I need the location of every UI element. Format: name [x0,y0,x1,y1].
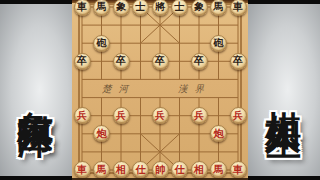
piece-red-車[interactable]: 車 [74,161,91,178]
piece-red-仕[interactable]: 仕 [132,161,149,178]
piece-black-卒[interactable]: 卒 [152,53,169,70]
piece-glyph: 仕 [136,164,146,174]
piece-black-砲[interactable]: 砲 [210,35,227,52]
piece-glyph: 兵 [233,110,243,120]
piece-glyph: 兵 [155,110,165,120]
piece-black-卒[interactable]: 卒 [113,53,130,70]
piece-red-兵[interactable]: 兵 [113,107,130,124]
piece-black-象[interactable]: 象 [113,0,130,16]
piece-black-卒[interactable]: 卒 [230,53,247,70]
piece-red-炮[interactable]: 炮 [210,125,227,142]
piece-black-卒[interactable]: 卒 [74,53,91,70]
piece-red-仕[interactable]: 仕 [171,161,188,178]
piece-black-卒[interactable]: 卒 [191,53,208,70]
piece-glyph: 帥 [155,164,165,174]
piece-red-兵[interactable]: 兵 [230,107,247,124]
left-banner-bottom-bar [0,176,72,180]
piece-black-馬[interactable]: 馬 [93,0,110,16]
piece-black-將[interactable]: 將 [152,0,169,16]
piece-glyph: 馬 [214,164,224,174]
piece-black-馬[interactable]: 馬 [210,0,227,16]
piece-red-兵[interactable]: 兵 [191,107,208,124]
piece-glyph: 車 [233,164,243,174]
piece-glyph: 兵 [194,110,204,120]
piece-glyph: 卒 [194,56,204,66]
piece-glyph: 卒 [155,56,165,66]
piece-red-相[interactable]: 相 [113,161,130,178]
piece-red-馬[interactable]: 馬 [93,161,110,178]
piece-red-相[interactable]: 相 [191,161,208,178]
piece-glyph: 兵 [116,110,126,120]
right-banner: 棋如人生 [248,0,320,180]
piece-glyph: 士 [175,2,185,12]
piece-grid: 車馬象士將士象馬車砲砲卒卒卒卒卒兵兵兵兵兵炮炮車馬相仕帥仕相馬車 [72,0,248,179]
piece-glyph: 砲 [214,38,224,48]
left-banner: 象棋阿泽 [0,0,72,180]
piece-glyph: 士 [136,2,146,12]
piece-black-士[interactable]: 士 [132,0,149,16]
piece-red-馬[interactable]: 馬 [210,161,227,178]
right-banner-text: 棋如人生 [266,6,302,174]
piece-glyph: 馬 [97,164,107,174]
piece-black-象[interactable]: 象 [191,0,208,16]
piece-glyph: 仕 [175,164,185,174]
piece-glyph: 馬 [214,2,224,12]
piece-glyph: 炮 [97,128,107,138]
piece-glyph: 車 [77,2,87,12]
piece-glyph: 馬 [97,2,107,12]
piece-glyph: 相 [194,164,204,174]
piece-glyph: 象 [194,2,204,12]
left-banner-top-bar [0,0,72,4]
piece-black-車[interactable]: 車 [230,0,247,16]
video-frame: 象棋阿泽 楚河 漢界 車馬象士將士象馬車砲砲卒卒卒卒卒兵兵兵兵兵炮炮車馬相仕帥仕… [0,0,320,180]
piece-red-兵[interactable]: 兵 [74,107,91,124]
piece-red-炮[interactable]: 炮 [93,125,110,142]
right-banner-bottom-bar [248,176,320,180]
left-banner-text: 象棋阿泽 [18,6,54,174]
piece-glyph: 象 [116,2,126,12]
piece-glyph: 車 [77,164,87,174]
piece-glyph: 車 [233,2,243,12]
piece-glyph: 卒 [233,56,243,66]
piece-black-砲[interactable]: 砲 [93,35,110,52]
piece-red-車[interactable]: 車 [230,161,247,178]
piece-glyph: 砲 [97,38,107,48]
piece-glyph: 炮 [214,128,224,138]
piece-glyph: 將 [155,2,165,12]
right-banner-top-bar [248,0,320,4]
piece-glyph: 卒 [77,56,87,66]
piece-red-兵[interactable]: 兵 [152,107,169,124]
piece-black-士[interactable]: 士 [171,0,188,16]
piece-black-車[interactable]: 車 [74,0,91,16]
piece-red-帥[interactable]: 帥 [152,161,169,178]
piece-glyph: 相 [116,164,126,174]
piece-glyph: 兵 [77,110,87,120]
xiangqi-board[interactable]: 楚河 漢界 車馬象士將士象馬車砲砲卒卒卒卒卒兵兵兵兵兵炮炮車馬相仕帥仕相馬車 [72,0,248,180]
piece-glyph: 卒 [116,56,126,66]
